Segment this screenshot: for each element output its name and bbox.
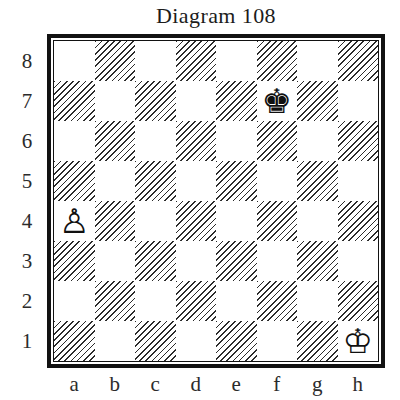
square-a5 <box>54 161 95 201</box>
square-g3 <box>297 241 338 281</box>
square-c6 <box>135 121 176 161</box>
file-label-h: h <box>338 371 379 398</box>
square-c2 <box>135 281 176 321</box>
square-e7 <box>216 81 257 121</box>
board-inner-frame: ♚♙♔ <box>53 40 379 362</box>
square-f3 <box>257 241 298 281</box>
square-h6 <box>338 121 379 161</box>
file-label-f: f <box>257 371 298 398</box>
rank-label-1: 1 <box>14 321 40 361</box>
rank-label-4: 4 <box>14 201 40 241</box>
square-b8 <box>95 41 136 81</box>
square-f4 <box>257 201 298 241</box>
square-g1 <box>297 321 338 361</box>
rank-label-8: 8 <box>14 41 40 81</box>
square-d6 <box>176 121 217 161</box>
square-a1 <box>54 321 95 361</box>
square-c4 <box>135 201 176 241</box>
square-a3 <box>54 241 95 281</box>
square-h1: ♔ <box>338 321 379 361</box>
square-h8 <box>338 41 379 81</box>
rank-labels: 87654321 <box>14 41 40 361</box>
square-c7 <box>135 81 176 121</box>
square-b6 <box>95 121 136 161</box>
chess-board: ♚♙♔ <box>54 41 378 361</box>
square-c5 <box>135 161 176 201</box>
square-e3 <box>216 241 257 281</box>
file-label-d: d <box>176 371 217 398</box>
diagram-page: Diagram 108 87654321 ♚♙♔ abcdefgh <box>0 0 400 400</box>
square-f6 <box>257 121 298 161</box>
square-e1 <box>216 321 257 361</box>
square-d4 <box>176 201 217 241</box>
square-g8 <box>297 41 338 81</box>
file-label-e: e <box>216 371 257 398</box>
file-label-a: a <box>54 371 95 398</box>
square-h7 <box>338 81 379 121</box>
square-h2 <box>338 281 379 321</box>
square-b5 <box>95 161 136 201</box>
square-f5 <box>257 161 298 201</box>
square-h3 <box>338 241 379 281</box>
file-label-g: g <box>297 371 338 398</box>
square-a8 <box>54 41 95 81</box>
square-h4 <box>338 201 379 241</box>
square-e5 <box>216 161 257 201</box>
square-b4 <box>95 201 136 241</box>
square-b2 <box>95 281 136 321</box>
white-king-piece: ♔ <box>343 321 373 361</box>
rank-label-6: 6 <box>14 121 40 161</box>
square-d3 <box>176 241 217 281</box>
rank-label-7: 7 <box>14 81 40 121</box>
file-labels: abcdefgh <box>54 371 378 398</box>
black-king-piece: ♚ <box>262 81 292 121</box>
square-c3 <box>135 241 176 281</box>
square-d7 <box>176 81 217 121</box>
square-g5 <box>297 161 338 201</box>
square-c8 <box>135 41 176 81</box>
square-f8 <box>257 41 298 81</box>
square-e8 <box>216 41 257 81</box>
file-label-c: c <box>135 371 176 398</box>
square-d8 <box>176 41 217 81</box>
diagram-title: Diagram 108 <box>47 3 385 29</box>
square-g4 <box>297 201 338 241</box>
square-e4 <box>216 201 257 241</box>
square-d5 <box>176 161 217 201</box>
square-h5 <box>338 161 379 201</box>
square-a2 <box>54 281 95 321</box>
square-e2 <box>216 281 257 321</box>
white-pawn-piece: ♙ <box>59 201 89 241</box>
square-f2 <box>257 281 298 321</box>
square-a7 <box>54 81 95 121</box>
square-a6 <box>54 121 95 161</box>
square-d2 <box>176 281 217 321</box>
square-b3 <box>95 241 136 281</box>
square-b1 <box>95 321 136 361</box>
square-f7: ♚ <box>257 81 298 121</box>
square-d1 <box>176 321 217 361</box>
square-g2 <box>297 281 338 321</box>
rank-label-5: 5 <box>14 161 40 201</box>
square-f1 <box>257 321 298 361</box>
square-b7 <box>95 81 136 121</box>
square-g7 <box>297 81 338 121</box>
board-frame: ♚♙♔ <box>47 34 385 368</box>
rank-label-2: 2 <box>14 281 40 321</box>
square-c1 <box>135 321 176 361</box>
file-label-b: b <box>95 371 136 398</box>
rank-label-3: 3 <box>14 241 40 281</box>
square-a4: ♙ <box>54 201 95 241</box>
square-e6 <box>216 121 257 161</box>
square-g6 <box>297 121 338 161</box>
